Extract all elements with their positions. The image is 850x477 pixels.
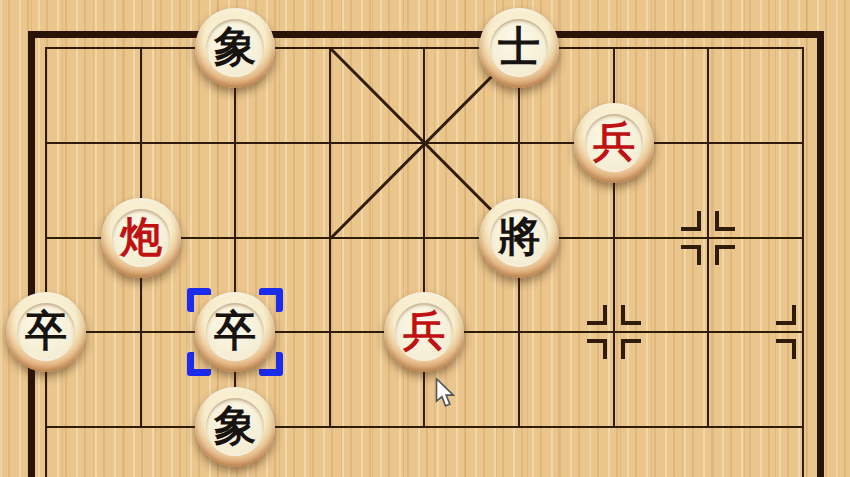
piece-glyph-advisor: 士: [498, 26, 540, 68]
piece-face: 象: [206, 398, 264, 456]
piece-face: 炮: [112, 209, 170, 267]
point-marker: [715, 211, 735, 231]
point-marker: [621, 305, 641, 325]
grid-line: [45, 47, 804, 49]
point-marker: [776, 305, 796, 325]
point-marker: [681, 211, 701, 231]
piece-black-elephant[interactable]: 象: [195, 387, 275, 467]
piece-red-pawn[interactable]: 兵: [384, 292, 464, 372]
piece-face: 兵: [395, 303, 453, 361]
piece-black-soldier[interactable]: 卒: [6, 292, 86, 372]
piece-face: 兵: [585, 114, 643, 172]
piece-face: 卒: [17, 303, 75, 361]
piece-red-cannon[interactable]: 炮: [101, 198, 181, 278]
point-marker: [587, 305, 607, 325]
piece-red-pawn[interactable]: 兵: [574, 103, 654, 183]
piece-glyph-pawn: 兵: [593, 121, 635, 163]
piece-glyph-soldier: 卒: [214, 310, 256, 352]
piece-face: 卒: [206, 303, 264, 361]
xiangqi-board[interactable]: 象士兵炮將卒卒兵象: [0, 0, 850, 477]
piece-face: 士: [490, 19, 548, 77]
piece-glyph-cannon: 炮: [120, 216, 162, 258]
piece-face: 象: [206, 19, 264, 77]
grid-line: [802, 47, 804, 477]
piece-glyph-general: 將: [498, 216, 540, 258]
point-marker: [681, 245, 701, 265]
piece-glyph-elephant: 象: [214, 26, 256, 68]
piece-black-advisor[interactable]: 士: [479, 8, 559, 88]
piece-black-soldier-selected[interactable]: 卒: [195, 292, 275, 372]
point-marker: [587, 339, 607, 359]
piece-glyph-elephant: 象: [214, 405, 256, 447]
piece-face: 將: [490, 209, 548, 267]
mouse-cursor-icon: [435, 378, 456, 408]
grid-line: [45, 47, 47, 477]
piece-glyph-soldier: 卒: [25, 310, 67, 352]
point-marker: [715, 245, 735, 265]
piece-black-elephant[interactable]: 象: [195, 8, 275, 88]
grid-line: [45, 426, 804, 428]
piece-black-general[interactable]: 將: [479, 198, 559, 278]
point-marker: [776, 339, 796, 359]
piece-glyph-pawn: 兵: [403, 310, 445, 352]
point-marker: [621, 339, 641, 359]
